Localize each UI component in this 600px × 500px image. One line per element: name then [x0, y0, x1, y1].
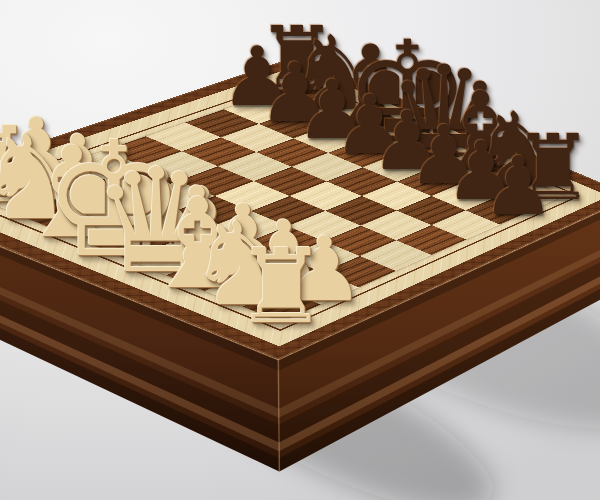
- chess-scene: ♜♞♝♛♚♝♞♜♟♟♟♟♟♟♟♟♟♟♟♟♟♟♟♟♜♞♝♛♚♝♞♜: [0, 0, 600, 500]
